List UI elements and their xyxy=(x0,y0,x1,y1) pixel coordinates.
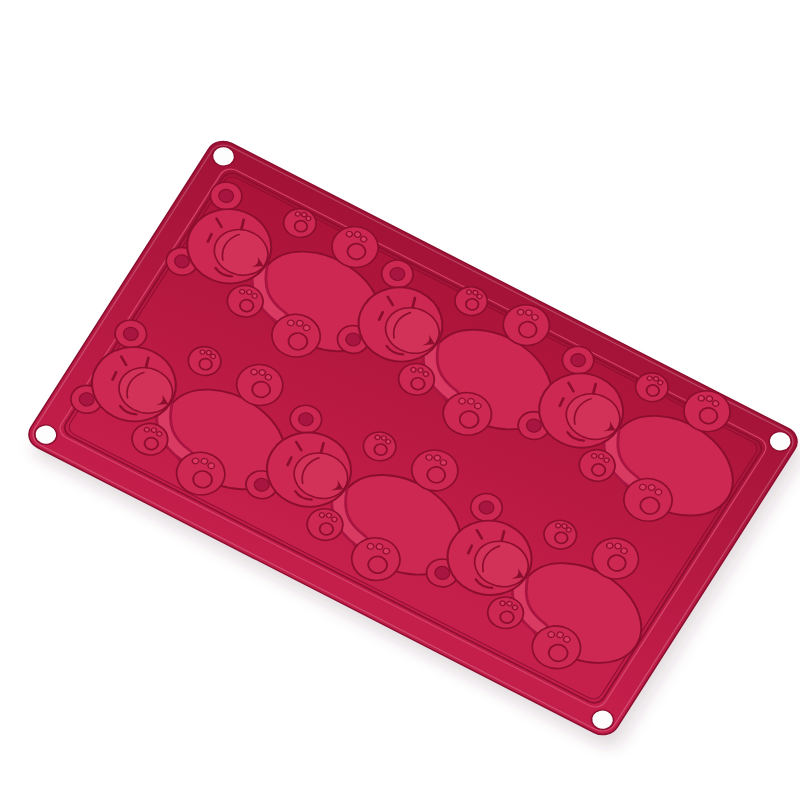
product-photo xyxy=(0,0,800,800)
mold-group xyxy=(23,136,800,740)
mold-illustration xyxy=(0,0,800,800)
